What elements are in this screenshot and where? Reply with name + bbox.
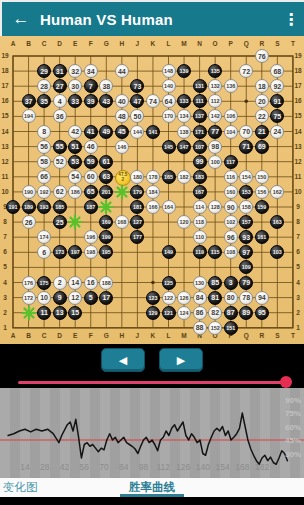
svg-text:140: 140 — [196, 462, 210, 472]
stone-black-125: 125 — [162, 276, 176, 290]
stone-white-4: 4 — [53, 94, 67, 108]
stone-black-5: 5 — [84, 291, 98, 305]
stone-white-144: 144 — [130, 125, 144, 139]
col-label-bottom: B — [26, 333, 31, 339]
row-label-left: 11 — [2, 174, 9, 180]
green-marker-icon — [114, 184, 130, 200]
col-label-top: M — [181, 41, 186, 47]
stone-black-151: 151 — [224, 321, 238, 335]
stone-black-61: 61 — [99, 155, 113, 169]
row-label-right: 17 — [294, 83, 301, 89]
stone-white-26: 26 — [22, 215, 36, 229]
stone-white-192: 192 — [37, 185, 51, 199]
row-label-right: 7 — [296, 234, 300, 240]
winrate-chart: 90%75%60%45%30%1428425670849811212614015… — [0, 388, 304, 478]
stone-white-130: 130 — [193, 276, 207, 290]
stone-white-64: 64 — [162, 94, 176, 108]
overflow-menu-icon[interactable]: ⋮ — [278, 10, 304, 29]
stone-white-62: 62 — [53, 185, 67, 199]
row-label-right: 8 — [296, 219, 300, 225]
row-label-right: 3 — [296, 295, 300, 301]
row-label-right: 12 — [294, 159, 301, 165]
stone-black-9: 9 — [53, 291, 67, 305]
row-label-left: 15 — [1, 113, 8, 119]
stone-black-65: 65 — [84, 185, 98, 199]
stone-white-76: 76 — [255, 49, 269, 63]
row-label-left: 3 — [3, 295, 7, 301]
stone-black-79: 79 — [239, 276, 253, 290]
col-label-top: G — [104, 41, 109, 47]
col-label-top: S — [275, 41, 279, 47]
col-label-bottom: D — [57, 333, 62, 339]
move-slider[interactable] — [18, 378, 292, 386]
stone-black-191: 191 — [6, 200, 20, 214]
stone-white-184: 184 — [146, 185, 160, 199]
stone-black-175: 175 — [37, 276, 51, 290]
stone-white-90: 90 — [224, 200, 238, 214]
svg-text:112: 112 — [156, 462, 170, 472]
col-label-top: L — [167, 41, 171, 47]
stone-white-36: 36 — [53, 109, 67, 123]
stone-white-34: 34 — [84, 64, 98, 78]
stone-black-39: 39 — [84, 94, 98, 108]
stone-black-119: 119 — [193, 245, 207, 259]
slider-thumb[interactable] — [280, 376, 292, 388]
stone-white-198: 198 — [84, 245, 98, 259]
stone-white-106: 106 — [224, 109, 238, 123]
stone-black-137: 137 — [193, 109, 207, 123]
winrate-curve-svg: 90%75%60%45%30%1428425670849811212614015… — [0, 388, 304, 478]
row-label-right: 5 — [296, 264, 300, 270]
svg-text:56: 56 — [80, 462, 90, 472]
stone-white-18: 18 — [255, 79, 269, 93]
stone-black-147: 147 — [177, 140, 191, 154]
stone-white-182: 182 — [177, 170, 191, 184]
col-label-bottom: F — [89, 333, 93, 339]
stone-black-63: 63 — [99, 170, 113, 184]
stone-white-126: 126 — [177, 291, 191, 305]
col-label-top: B — [26, 41, 31, 47]
stone-white-8: 8 — [37, 125, 51, 139]
stone-white-110: 110 — [193, 230, 207, 244]
stone-white-52: 52 — [53, 155, 67, 169]
stone-white-96: 96 — [224, 230, 238, 244]
stone-black-107: 107 — [193, 140, 207, 154]
stone-white-146: 146 — [115, 140, 129, 154]
svg-text:182: 182 — [255, 462, 269, 472]
stone-white-94: 94 — [255, 291, 269, 305]
col-label-top: R — [259, 41, 264, 47]
col-label-top: T — [291, 41, 295, 47]
row-label-right: 14 — [294, 129, 301, 135]
svg-text:30%: 30% — [285, 450, 301, 459]
row-label-left: 13 — [1, 144, 8, 150]
svg-text:14: 14 — [20, 462, 30, 472]
stone-white-70: 70 — [239, 125, 253, 139]
stone-black-183: 183 — [193, 170, 207, 184]
stone-white-190: 190 — [22, 185, 36, 199]
stone-black-77: 77 — [208, 125, 222, 139]
svg-text:168: 168 — [235, 462, 249, 472]
stone-white-176: 176 — [22, 276, 36, 290]
row-label-left: 7 — [3, 234, 7, 240]
stone-white-54: 54 — [68, 170, 82, 184]
stone-white-148: 148 — [162, 64, 176, 78]
tab-variation-diagram[interactable]: 变化图 — [3, 480, 38, 495]
row-label-left: 5 — [3, 264, 7, 270]
stone-black-49: 49 — [99, 125, 113, 139]
stone-white-122: 122 — [162, 291, 176, 305]
stone-white-104: 104 — [224, 125, 238, 139]
col-label-bottom: L — [167, 333, 171, 339]
app-bar: ← Human VS Human ⋮ — [0, 2, 304, 36]
stone-white-2: 2 — [53, 276, 67, 290]
stone-white-168: 168 — [115, 215, 129, 229]
green-marker-icon — [67, 214, 83, 230]
stone-black-187: 187 — [84, 200, 98, 214]
stone-white-100: 100 — [208, 155, 222, 169]
stone-white-58: 58 — [37, 155, 51, 169]
stone-black-185: 185 — [53, 200, 67, 214]
row-label-right: 6 — [296, 249, 300, 255]
stone-white-152: 152 — [208, 321, 222, 335]
stone-white-10: 10 — [37, 291, 51, 305]
stone-black-129: 129 — [146, 306, 160, 320]
stone-black-27: 27 — [53, 79, 67, 93]
stone-white-172: 172 — [22, 291, 36, 305]
stone-white-170: 170 — [162, 109, 176, 123]
row-label-left: 18 — [1, 68, 8, 74]
stone-white-12: 12 — [68, 291, 82, 305]
row-label-right: 15 — [294, 113, 301, 119]
stone-black-7: 7 — [84, 79, 98, 93]
tab-bar: 变化图 胜率曲线 — [0, 478, 304, 497]
col-label-top: A — [11, 41, 16, 47]
next-move-button[interactable]: ▶ — [159, 348, 203, 372]
col-label-bottom: G — [104, 333, 109, 339]
stone-black-13: 13 — [53, 306, 67, 320]
stone-black-69: 69 — [255, 140, 269, 154]
row-label-left: 14 — [1, 129, 8, 135]
svg-text:154: 154 — [215, 462, 229, 472]
stone-white-138: 138 — [177, 125, 191, 139]
row-label-left: 8 — [3, 219, 7, 225]
stone-black-3: 3 — [224, 276, 238, 290]
col-label-top: O — [213, 41, 218, 47]
stone-black-99: 99 — [193, 155, 207, 169]
svg-text:45%: 45% — [285, 436, 301, 445]
col-label-bottom: S — [275, 333, 279, 339]
stone-black-193: 193 — [37, 200, 51, 214]
col-label-top: K — [151, 41, 156, 47]
stone-white-20: 20 — [255, 94, 269, 108]
green-marker-icon — [98, 199, 114, 215]
stone-black-111: 111 — [193, 94, 207, 108]
row-label-left: 12 — [1, 159, 8, 165]
stone-white-86: 86 — [193, 306, 207, 320]
row-label-right: 1 — [296, 325, 300, 331]
svg-text:84: 84 — [119, 462, 129, 472]
col-label-bottom: A — [11, 333, 16, 339]
row-label-right: 9 — [296, 204, 300, 210]
stone-white-82: 82 — [208, 306, 222, 320]
stone-black-173: 173 — [53, 245, 67, 259]
row-label-right: 19 — [294, 53, 301, 59]
row-label-right: 18 — [294, 68, 301, 74]
stone-white-178: 178 — [146, 170, 160, 184]
col-label-bottom: E — [73, 333, 77, 339]
col-label-top: D — [57, 41, 62, 47]
row-label-right: 11 — [295, 174, 302, 180]
row-label-right: 16 — [294, 98, 301, 104]
back-arrow-icon[interactable]: ← — [2, 9, 40, 29]
svg-text:90%: 90% — [285, 396, 301, 405]
bottom-black-strip — [0, 497, 304, 505]
stone-white-88: 88 — [193, 321, 207, 335]
stone-white-166: 166 — [146, 200, 160, 214]
stone-black-81: 81 — [208, 291, 222, 305]
col-label-top: E — [73, 41, 77, 47]
slider-track[interactable] — [18, 381, 288, 384]
col-label-top: C — [42, 41, 47, 47]
svg-text:60%: 60% — [285, 423, 301, 432]
stone-white-98: 98 — [208, 140, 222, 154]
stone-black-17: 17 — [99, 291, 113, 305]
stone-white-164: 164 — [162, 200, 176, 214]
row-label-left: 10 — [1, 189, 8, 195]
stone-white-186: 186 — [68, 185, 82, 199]
stone-white-116: 116 — [224, 170, 238, 184]
col-label-bottom: M — [181, 333, 186, 339]
stone-black-167: 167 — [193, 185, 207, 199]
col-label-top: N — [197, 41, 202, 47]
app-screen: ← Human VS Human ⋮ AABBCCDDEEFFGGHHJJKKL… — [0, 0, 304, 505]
stone-black-21: 21 — [255, 125, 269, 139]
stone-white-66: 66 — [37, 170, 51, 184]
playback-controls: ◀ ▶ — [0, 344, 304, 388]
row-label-left: 1 — [3, 325, 7, 331]
stone-black-159: 159 — [255, 200, 269, 214]
col-label-bottom: J — [136, 333, 140, 339]
svg-text:70: 70 — [99, 462, 109, 472]
stone-white-46: 46 — [84, 140, 98, 154]
stone-black-53: 53 — [68, 155, 82, 169]
stone-white-44: 44 — [115, 64, 129, 78]
row-label-left: 17 — [1, 83, 8, 89]
stone-black-25: 25 — [53, 215, 67, 229]
stone-black-37: 37 — [22, 94, 36, 108]
stone-black-71: 71 — [239, 140, 253, 154]
go-board[interactable]: AABBCCDDEEFFGGHHJJKKLLMMNNOOPPQQRRSSTT19… — [0, 36, 304, 344]
stone-black-55: 55 — [53, 140, 67, 154]
stone-white-118: 118 — [193, 215, 207, 229]
stone-black-165: 165 — [162, 170, 176, 184]
svg-text:28: 28 — [40, 462, 50, 472]
stone-white-136: 136 — [224, 79, 238, 93]
row-label-left: 19 — [1, 53, 8, 59]
col-label-bottom: R — [259, 333, 264, 339]
green-marker-icon — [21, 305, 37, 321]
stone-white-56: 56 — [37, 140, 51, 154]
stone-black-123: 123 — [146, 291, 160, 305]
page-title: Human VS Human — [40, 11, 173, 28]
stone-black-89: 89 — [239, 306, 253, 320]
stone-black-85: 85 — [208, 276, 222, 290]
row-label-right: 10 — [294, 189, 301, 195]
stone-black-31: 31 — [53, 64, 67, 78]
row-label-left: 2 — [3, 310, 7, 316]
stone-black-15: 15 — [68, 306, 82, 320]
stone-black-121: 121 — [162, 306, 176, 320]
stone-black-161: 161 — [255, 230, 269, 244]
col-label-top: J — [136, 41, 140, 47]
col-label-top: P — [229, 41, 233, 47]
stone-white-16: 16 — [84, 276, 98, 290]
stone-white-60: 60 — [84, 170, 98, 184]
stone-white-80: 80 — [224, 291, 238, 305]
stone-white-108: 108 — [224, 245, 238, 259]
stone-black-59: 59 — [84, 155, 98, 169]
stone-black-145: 145 — [162, 140, 176, 154]
stone-white-196: 196 — [84, 230, 98, 244]
row-label-right: 4 — [296, 280, 300, 286]
svg-text:98: 98 — [139, 462, 149, 472]
stone-black-11: 11 — [37, 306, 51, 320]
col-label-bottom: Q — [244, 333, 249, 339]
row-label-right: 13 — [294, 144, 301, 150]
stone-black-149: 149 — [162, 245, 176, 259]
stone-black-87: 87 — [224, 306, 238, 320]
tab-winrate-curve[interactable]: 胜率曲线 — [129, 480, 175, 495]
stone-white-154: 154 — [239, 170, 253, 184]
active-tab-underline — [120, 494, 184, 497]
stone-white-14: 14 — [68, 276, 82, 290]
stone-white-160: 160 — [224, 185, 238, 199]
stone-black-141: 141 — [146, 125, 160, 139]
stone-black-45: 45 — [115, 125, 129, 139]
prev-move-button[interactable]: ◀ — [101, 348, 145, 372]
col-label-top: F — [89, 41, 93, 47]
stone-white-156: 156 — [255, 185, 269, 199]
stone-white-24: 24 — [270, 125, 284, 139]
col-label-top: H — [119, 41, 124, 47]
svg-text:126: 126 — [176, 462, 190, 472]
col-label-bottom: K — [151, 333, 156, 339]
row-label-left: 16 — [1, 98, 8, 104]
stone-black-131: 131 — [193, 79, 207, 93]
stone-black-41: 41 — [84, 125, 98, 139]
row-label-right: 2 — [296, 310, 300, 316]
stone-white-42: 42 — [68, 125, 82, 139]
col-label-bottom: H — [119, 333, 124, 339]
stone-black-117: 117 — [224, 155, 238, 169]
svg-text:42: 42 — [60, 462, 70, 472]
stone-white-194: 194 — [22, 109, 36, 123]
col-label-bottom: T — [291, 333, 295, 339]
svg-text:75%: 75% — [285, 409, 301, 418]
col-label-top: Q — [244, 41, 249, 47]
stone-white-140: 140 — [162, 79, 176, 93]
stone-black-171: 171 — [193, 125, 207, 139]
stone-black-189: 189 — [22, 200, 36, 214]
stone-white-188: 188 — [99, 276, 113, 290]
stone-white-124: 124 — [177, 306, 191, 320]
stone-black-51: 51 — [68, 140, 82, 154]
stone-white-78: 78 — [239, 291, 253, 305]
stone-white-114: 114 — [193, 200, 207, 214]
stone-white-102: 102 — [224, 215, 238, 229]
stone-black-95: 95 — [255, 306, 269, 320]
col-label-bottom: C — [42, 333, 47, 339]
stone-white-84: 84 — [193, 291, 207, 305]
row-label-left: 4 — [3, 280, 7, 286]
row-label-left: 6 — [3, 249, 7, 255]
stone-white-150: 150 — [255, 170, 269, 184]
